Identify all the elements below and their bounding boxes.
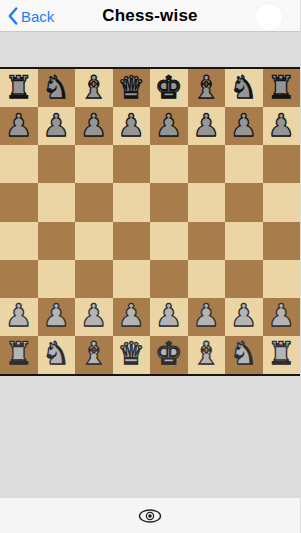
square-b5[interactable]	[38, 183, 76, 221]
bottom-toolbar	[0, 498, 300, 533]
white-pawn[interactable]: ♟	[5, 300, 33, 331]
square-g3[interactable]	[225, 260, 263, 298]
square-e8[interactable]: ♚	[150, 69, 188, 107]
square-d1[interactable]: ♛	[113, 336, 151, 374]
white-pawn[interactable]: ♟	[117, 300, 145, 331]
black-bishop[interactable]: ♝	[192, 72, 220, 103]
square-a6[interactable]	[0, 145, 38, 183]
square-a8[interactable]: ♜	[0, 69, 38, 107]
black-knight[interactable]: ♞	[42, 72, 70, 103]
square-h2[interactable]: ♟	[263, 298, 301, 336]
white-queen[interactable]: ♛	[117, 338, 145, 369]
square-e5[interactable]	[150, 183, 188, 221]
square-f3[interactable]	[188, 260, 226, 298]
square-c2[interactable]: ♟	[75, 298, 113, 336]
square-d6[interactable]	[113, 145, 151, 183]
square-f2[interactable]: ♟	[188, 298, 226, 336]
white-pawn[interactable]: ♟	[267, 300, 295, 331]
white-rook[interactable]: ♜	[267, 338, 295, 369]
square-d7[interactable]: ♟	[113, 107, 151, 145]
square-f8[interactable]: ♝	[188, 69, 226, 107]
square-h8[interactable]: ♜	[263, 69, 301, 107]
square-b3[interactable]	[38, 260, 76, 298]
white-pawn[interactable]: ♟	[230, 300, 258, 331]
white-bishop[interactable]: ♝	[80, 338, 108, 369]
navigation-bar: Back Chess-wise	[0, 0, 300, 32]
black-pawn[interactable]: ♟	[5, 110, 33, 141]
black-king[interactable]: ♚	[155, 72, 183, 103]
black-pawn[interactable]: ♟	[117, 110, 145, 141]
white-king[interactable]: ♚	[155, 338, 183, 369]
square-f6[interactable]	[188, 145, 226, 183]
square-e6[interactable]	[150, 145, 188, 183]
square-c5[interactable]	[75, 183, 113, 221]
square-g7[interactable]: ♟	[225, 107, 263, 145]
white-pawn[interactable]: ♟	[192, 300, 220, 331]
square-g8[interactable]: ♞	[225, 69, 263, 107]
square-h4[interactable]	[263, 222, 301, 260]
square-c3[interactable]	[75, 260, 113, 298]
spacer-above-board	[0, 32, 300, 67]
square-e1[interactable]: ♚	[150, 336, 188, 374]
turn-indicator-white	[256, 4, 282, 30]
white-pawn[interactable]: ♟	[80, 300, 108, 331]
white-pawn[interactable]: ♟	[155, 300, 183, 331]
square-g2[interactable]: ♟	[225, 298, 263, 336]
white-knight[interactable]: ♞	[42, 338, 70, 369]
black-knight[interactable]: ♞	[230, 72, 258, 103]
square-h1[interactable]: ♜	[263, 336, 301, 374]
square-f5[interactable]	[188, 183, 226, 221]
square-a3[interactable]	[0, 260, 38, 298]
eye-icon	[138, 508, 162, 524]
square-b7[interactable]: ♟	[38, 107, 76, 145]
square-g5[interactable]	[225, 183, 263, 221]
black-queen[interactable]: ♛	[117, 72, 145, 103]
square-g1[interactable]: ♞	[225, 336, 263, 374]
black-pawn[interactable]: ♟	[155, 110, 183, 141]
black-pawn[interactable]: ♟	[80, 110, 108, 141]
spacer-below-board	[0, 376, 300, 498]
black-pawn[interactable]: ♟	[267, 110, 295, 141]
square-h5[interactable]	[263, 183, 301, 221]
square-f7[interactable]: ♟	[188, 107, 226, 145]
square-d8[interactable]: ♛	[113, 69, 151, 107]
square-f4[interactable]	[188, 222, 226, 260]
white-bishop[interactable]: ♝	[192, 338, 220, 369]
square-e3[interactable]	[150, 260, 188, 298]
square-c4[interactable]	[75, 222, 113, 260]
square-b6[interactable]	[38, 145, 76, 183]
square-e7[interactable]: ♟	[150, 107, 188, 145]
black-rook[interactable]: ♜	[267, 72, 295, 103]
black-pawn[interactable]: ♟	[42, 110, 70, 141]
square-a2[interactable]: ♟	[0, 298, 38, 336]
square-c8[interactable]: ♝	[75, 69, 113, 107]
square-b1[interactable]: ♞	[38, 336, 76, 374]
chevron-left-icon	[8, 7, 18, 25]
white-pawn[interactable]: ♟	[42, 300, 70, 331]
square-h6[interactable]	[263, 145, 301, 183]
square-b2[interactable]: ♟	[38, 298, 76, 336]
square-d5[interactable]	[113, 183, 151, 221]
square-c6[interactable]	[75, 145, 113, 183]
black-pawn[interactable]: ♟	[192, 110, 220, 141]
square-d3[interactable]	[113, 260, 151, 298]
black-bishop[interactable]: ♝	[80, 72, 108, 103]
square-d2[interactable]: ♟	[113, 298, 151, 336]
square-h3[interactable]	[263, 260, 301, 298]
square-c7[interactable]: ♟	[75, 107, 113, 145]
square-a1[interactable]: ♜	[0, 336, 38, 374]
square-a4[interactable]	[0, 222, 38, 260]
square-h7[interactable]: ♟	[263, 107, 301, 145]
back-button[interactable]: Back	[8, 0, 54, 32]
square-d4[interactable]	[113, 222, 151, 260]
white-knight[interactable]: ♞	[230, 338, 258, 369]
square-b4[interactable]	[38, 222, 76, 260]
square-e4[interactable]	[150, 222, 188, 260]
black-pawn[interactable]: ♟	[230, 110, 258, 141]
square-f1[interactable]: ♝	[188, 336, 226, 374]
square-b8[interactable]: ♞	[38, 69, 76, 107]
square-a5[interactable]	[0, 183, 38, 221]
square-e2[interactable]: ♟	[150, 298, 188, 336]
square-c1[interactable]: ♝	[75, 336, 113, 374]
eye-button[interactable]	[138, 508, 162, 524]
black-rook[interactable]: ♜	[5, 72, 33, 103]
page-title: Chess-wise	[102, 6, 198, 26]
square-g4[interactable]	[225, 222, 263, 260]
white-rook[interactable]: ♜	[5, 338, 33, 369]
chess-board: ♜♞♝♛♚♝♞♜♟♟♟♟♟♟♟♟♟♟♟♟♟♟♟♟♜♞♝♛♚♝♞♜	[0, 67, 300, 376]
square-a7[interactable]: ♟	[0, 107, 38, 145]
back-button-label: Back	[21, 8, 54, 25]
square-g6[interactable]	[225, 145, 263, 183]
